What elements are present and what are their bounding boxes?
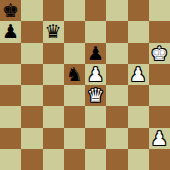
- square-f3[interactable]: [106, 106, 127, 127]
- piece-white-king[interactable]: ♚: [151, 43, 168, 64]
- piece-white-queen[interactable]: ♛: [87, 85, 104, 106]
- square-h1[interactable]: [149, 149, 170, 170]
- square-e7[interactable]: [85, 21, 106, 42]
- square-c1[interactable]: [43, 149, 64, 170]
- square-g3[interactable]: [128, 106, 149, 127]
- square-f6[interactable]: [106, 43, 127, 64]
- square-d2[interactable]: [64, 128, 85, 149]
- square-c8[interactable]: [43, 0, 64, 21]
- square-a3[interactable]: [0, 106, 21, 127]
- square-b1[interactable]: [21, 149, 42, 170]
- square-a2[interactable]: [0, 128, 21, 149]
- square-c6[interactable]: [43, 43, 64, 64]
- piece-black-knight[interactable]: ♞: [66, 64, 83, 85]
- square-b3[interactable]: [21, 106, 42, 127]
- square-h5[interactable]: [149, 64, 170, 85]
- square-c4[interactable]: [43, 85, 64, 106]
- square-c2[interactable]: [43, 128, 64, 149]
- square-b7[interactable]: [21, 21, 42, 42]
- square-g4[interactable]: [128, 85, 149, 106]
- square-e2[interactable]: [85, 128, 106, 149]
- square-e6[interactable]: ♟: [85, 43, 106, 64]
- square-f7[interactable]: [106, 21, 127, 42]
- square-g2[interactable]: [128, 128, 149, 149]
- square-a4[interactable]: [0, 85, 21, 106]
- square-c7[interactable]: ♛: [43, 21, 64, 42]
- square-e8[interactable]: [85, 0, 106, 21]
- square-e3[interactable]: [85, 106, 106, 127]
- square-f1[interactable]: [106, 149, 127, 170]
- square-d4[interactable]: [64, 85, 85, 106]
- square-f4[interactable]: [106, 85, 127, 106]
- square-a5[interactable]: [0, 64, 21, 85]
- square-e5[interactable]: ♟: [85, 64, 106, 85]
- square-g5[interactable]: ♟: [128, 64, 149, 85]
- piece-black-king[interactable]: ♚: [2, 0, 19, 21]
- square-g8[interactable]: [128, 0, 149, 21]
- square-a8[interactable]: ♚: [0, 0, 21, 21]
- square-d1[interactable]: [64, 149, 85, 170]
- piece-black-pawn[interactable]: ♟: [87, 43, 104, 64]
- square-g7[interactable]: [128, 21, 149, 42]
- square-e1[interactable]: [85, 149, 106, 170]
- square-d5[interactable]: ♞: [64, 64, 85, 85]
- square-f8[interactable]: [106, 0, 127, 21]
- square-h2[interactable]: ♟: [149, 128, 170, 149]
- piece-black-pawn[interactable]: ♟: [2, 21, 19, 42]
- square-d8[interactable]: [64, 0, 85, 21]
- piece-white-pawn[interactable]: ♟: [151, 128, 168, 149]
- square-a1[interactable]: [0, 149, 21, 170]
- piece-white-pawn[interactable]: ♟: [130, 64, 147, 85]
- square-c3[interactable]: [43, 106, 64, 127]
- square-b6[interactable]: [21, 43, 42, 64]
- square-h4[interactable]: [149, 85, 170, 106]
- square-b2[interactable]: [21, 128, 42, 149]
- square-d7[interactable]: [64, 21, 85, 42]
- square-f5[interactable]: [106, 64, 127, 85]
- square-h3[interactable]: [149, 106, 170, 127]
- square-a6[interactable]: [0, 43, 21, 64]
- square-g1[interactable]: [128, 149, 149, 170]
- chess-board: ♚♟♛♟♚♞♟♟♛♟: [0, 0, 170, 170]
- square-b5[interactable]: [21, 64, 42, 85]
- piece-white-pawn[interactable]: ♟: [87, 64, 104, 85]
- square-e4[interactable]: ♛: [85, 85, 106, 106]
- square-a7[interactable]: ♟: [0, 21, 21, 42]
- square-b4[interactable]: [21, 85, 42, 106]
- square-c5[interactable]: [43, 64, 64, 85]
- square-d3[interactable]: [64, 106, 85, 127]
- square-g6[interactable]: [128, 43, 149, 64]
- square-d6[interactable]: [64, 43, 85, 64]
- square-h8[interactable]: [149, 0, 170, 21]
- piece-black-queen[interactable]: ♛: [45, 21, 62, 42]
- square-f2[interactable]: [106, 128, 127, 149]
- square-b8[interactable]: [21, 0, 42, 21]
- square-h6[interactable]: ♚: [149, 43, 170, 64]
- square-h7[interactable]: [149, 21, 170, 42]
